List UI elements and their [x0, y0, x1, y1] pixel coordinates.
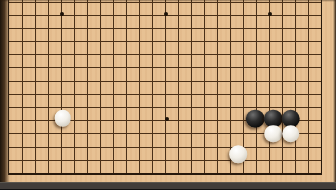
board-cell[interactable]: [22, 15, 35, 28]
board-cell[interactable]: [113, 41, 126, 54]
board-cell[interactable]: [217, 67, 230, 80]
board-cell[interactable]: [152, 147, 165, 160]
board-cell[interactable]: [165, 160, 178, 173]
board-cell[interactable]: [126, 41, 139, 54]
board-cell[interactable]: [217, 120, 230, 133]
board-cell[interactable]: [126, 2, 139, 15]
board-cell[interactable]: [308, 94, 321, 107]
star-point: [268, 12, 272, 16]
board-cell[interactable]: [126, 54, 139, 67]
board-cell[interactable]: [204, 94, 217, 107]
board-cell[interactable]: [48, 133, 61, 146]
board-cell[interactable]: [152, 160, 165, 173]
board-cell[interactable]: [269, 160, 282, 173]
board-cell[interactable]: [243, 28, 256, 41]
board-cell[interactable]: [204, 120, 217, 133]
board-cell[interactable]: [230, 15, 243, 28]
board-cell[interactable]: [87, 120, 100, 133]
board-cell[interactable]: [152, 67, 165, 80]
white-stone: [229, 146, 247, 164]
board-cell[interactable]: [61, 67, 74, 80]
board-cell[interactable]: [35, 81, 48, 94]
board-cell[interactable]: [126, 67, 139, 80]
board-cell[interactable]: [22, 120, 35, 133]
board-cell[interactable]: [191, 67, 204, 80]
board-cell[interactable]: [87, 81, 100, 94]
board-cell[interactable]: [152, 2, 165, 15]
board-cell[interactable]: [243, 94, 256, 107]
board-cell[interactable]: [74, 133, 87, 146]
board-cell[interactable]: [61, 147, 74, 160]
board-cell[interactable]: [178, 41, 191, 54]
board-cell[interactable]: [100, 120, 113, 133]
board-cell[interactable]: [178, 133, 191, 146]
board-cell[interactable]: [48, 15, 61, 28]
board-cell[interactable]: [152, 120, 165, 133]
board-cell[interactable]: [35, 107, 48, 120]
board-cell[interactable]: [217, 133, 230, 146]
board-cell[interactable]: [152, 133, 165, 146]
board-cell[interactable]: [178, 147, 191, 160]
board-cell[interactable]: [74, 94, 87, 107]
board-cell[interactable]: [152, 28, 165, 41]
board-cell[interactable]: [113, 147, 126, 160]
board-cell[interactable]: [152, 54, 165, 67]
board-cell[interactable]: [139, 147, 152, 160]
board-cell[interactable]: [308, 107, 321, 120]
board-cell[interactable]: [48, 67, 61, 80]
board-cell[interactable]: [74, 41, 87, 54]
board-cell[interactable]: [256, 41, 269, 54]
board-cell[interactable]: [308, 120, 321, 133]
board-cell[interactable]: [282, 2, 295, 15]
board-cell[interactable]: [100, 41, 113, 54]
board-cell[interactable]: [256, 2, 269, 15]
board-cell[interactable]: [204, 107, 217, 120]
board-cell[interactable]: [61, 54, 74, 67]
board-cell[interactable]: [308, 160, 321, 173]
board-cell[interactable]: [87, 54, 100, 67]
board-cell[interactable]: [126, 147, 139, 160]
board-cell[interactable]: [74, 81, 87, 94]
board-cell[interactable]: [48, 160, 61, 173]
board-cell[interactable]: [35, 94, 48, 107]
board-cell[interactable]: [139, 81, 152, 94]
board-cell[interactable]: [243, 41, 256, 54]
board-cell[interactable]: [87, 41, 100, 54]
board-cell[interactable]: [282, 147, 295, 160]
board-cell[interactable]: [282, 81, 295, 94]
board-cell[interactable]: [61, 94, 74, 107]
board-cell[interactable]: [191, 2, 204, 15]
board-cell[interactable]: [74, 15, 87, 28]
board-cell[interactable]: [295, 94, 308, 107]
board-cell[interactable]: [126, 94, 139, 107]
board-cell[interactable]: [217, 15, 230, 28]
go-board-grid[interactable]: [8, 0, 322, 175]
board-cell[interactable]: [191, 28, 204, 41]
board-cell[interactable]: [87, 160, 100, 173]
board-cell[interactable]: [100, 147, 113, 160]
board-cell[interactable]: [74, 160, 87, 173]
board-cell[interactable]: [152, 107, 165, 120]
board-cell[interactable]: [178, 81, 191, 94]
board-cell[interactable]: [178, 107, 191, 120]
board-cell[interactable]: [126, 15, 139, 28]
board-cell[interactable]: [165, 133, 178, 146]
board-cell[interactable]: [48, 94, 61, 107]
board-cell[interactable]: [9, 41, 22, 54]
board-cell[interactable]: [113, 81, 126, 94]
board-cell[interactable]: [22, 107, 35, 120]
board-cell[interactable]: [100, 67, 113, 80]
board-cell[interactable]: [308, 41, 321, 54]
board-cell[interactable]: [308, 133, 321, 146]
board-cell[interactable]: [165, 81, 178, 94]
board-cell[interactable]: [295, 67, 308, 80]
board-cell[interactable]: [204, 67, 217, 80]
board-cell[interactable]: [61, 15, 74, 28]
board-cell[interactable]: [204, 2, 217, 15]
board-cell[interactable]: [126, 120, 139, 133]
board-cell[interactable]: [113, 54, 126, 67]
board-cell[interactable]: [100, 54, 113, 67]
board-cell[interactable]: [74, 67, 87, 80]
board-cell[interactable]: [139, 15, 152, 28]
board-cell[interactable]: [256, 67, 269, 80]
board-cell[interactable]: [308, 2, 321, 15]
board-cell[interactable]: [74, 120, 87, 133]
board-cell[interactable]: [256, 28, 269, 41]
board-cell[interactable]: [230, 81, 243, 94]
board-cell[interactable]: [295, 2, 308, 15]
board-cell[interactable]: [113, 15, 126, 28]
board-cell[interactable]: [165, 147, 178, 160]
board-cell[interactable]: [204, 133, 217, 146]
board-cell[interactable]: [113, 94, 126, 107]
board-cell[interactable]: [308, 28, 321, 41]
board-cell[interactable]: [230, 120, 243, 133]
board-cell[interactable]: [9, 67, 22, 80]
board-cell[interactable]: [113, 120, 126, 133]
board-cell[interactable]: [87, 15, 100, 28]
board-cell[interactable]: [230, 28, 243, 41]
board-cell[interactable]: [100, 15, 113, 28]
board-cell[interactable]: [269, 67, 282, 80]
board-cell[interactable]: [100, 94, 113, 107]
board-cell[interactable]: [282, 28, 295, 41]
board-cell[interactable]: [113, 133, 126, 146]
board-cell[interactable]: [139, 120, 152, 133]
board-cell[interactable]: [217, 160, 230, 173]
board-cell[interactable]: [256, 81, 269, 94]
board-cell[interactable]: [256, 54, 269, 67]
board-cell[interactable]: [243, 15, 256, 28]
board-cell[interactable]: [191, 120, 204, 133]
board-cell[interactable]: [282, 67, 295, 80]
board-cell[interactable]: [204, 81, 217, 94]
board-cell[interactable]: [113, 160, 126, 173]
board-cell[interactable]: [126, 81, 139, 94]
board-cell[interactable]: [308, 81, 321, 94]
board-cell[interactable]: [243, 81, 256, 94]
board-cell[interactable]: [178, 2, 191, 15]
board-cell[interactable]: [204, 147, 217, 160]
board-cell[interactable]: [48, 2, 61, 15]
board-cell[interactable]: [204, 41, 217, 54]
board-cell[interactable]: [35, 15, 48, 28]
board-cell[interactable]: [139, 2, 152, 15]
board-cell[interactable]: [191, 81, 204, 94]
board-cell[interactable]: [87, 94, 100, 107]
board-cell[interactable]: [256, 94, 269, 107]
board-cell[interactable]: [9, 94, 22, 107]
board-cell[interactable]: [191, 107, 204, 120]
board-cell[interactable]: [269, 94, 282, 107]
board-cell[interactable]: [22, 54, 35, 67]
board-cell[interactable]: [191, 160, 204, 173]
board-cell[interactable]: [308, 147, 321, 160]
board-cell[interactable]: [178, 54, 191, 67]
board-cell[interactable]: [74, 54, 87, 67]
board-cell[interactable]: [178, 67, 191, 80]
board-cell[interactable]: [87, 147, 100, 160]
board-cell[interactable]: [35, 2, 48, 15]
board-cell[interactable]: [87, 133, 100, 146]
board-cell[interactable]: [74, 2, 87, 15]
board-cell[interactable]: [165, 41, 178, 54]
board-cell[interactable]: [113, 67, 126, 80]
board-cell[interactable]: [204, 15, 217, 28]
board-cell[interactable]: [217, 147, 230, 160]
board-cell[interactable]: [178, 15, 191, 28]
board-cell[interactable]: [48, 81, 61, 94]
board-cell[interactable]: [9, 81, 22, 94]
board-cell[interactable]: [22, 81, 35, 94]
board-cell[interactable]: [9, 54, 22, 67]
board-cell[interactable]: [100, 160, 113, 173]
board-cell[interactable]: [165, 54, 178, 67]
board-cell[interactable]: [9, 2, 22, 15]
board-cell[interactable]: [191, 54, 204, 67]
black-stone: [246, 109, 265, 128]
board-cell[interactable]: [9, 15, 22, 28]
go-board-scene: [0, 0, 336, 189]
board-cell[interactable]: [87, 107, 100, 120]
board-cell[interactable]: [61, 160, 74, 173]
board-cell[interactable]: [35, 28, 48, 41]
board-cell[interactable]: [139, 28, 152, 41]
board-cell[interactable]: [282, 94, 295, 107]
board-cell[interactable]: [61, 28, 74, 41]
board-cell[interactable]: [191, 94, 204, 107]
board-cell[interactable]: [178, 120, 191, 133]
board-cell[interactable]: [217, 94, 230, 107]
board-cell[interactable]: [165, 120, 178, 133]
board-cell[interactable]: [217, 107, 230, 120]
board-cell[interactable]: [126, 160, 139, 173]
board-cell[interactable]: [22, 160, 35, 173]
board-cell[interactable]: [295, 28, 308, 41]
board-cell[interactable]: [100, 81, 113, 94]
board-cell[interactable]: [243, 67, 256, 80]
board-cell[interactable]: [217, 54, 230, 67]
board-cell[interactable]: [22, 133, 35, 146]
board-cell[interactable]: [139, 67, 152, 80]
board-cell[interactable]: [152, 41, 165, 54]
board-cell[interactable]: [217, 41, 230, 54]
board-cell[interactable]: [139, 133, 152, 146]
board-cell[interactable]: [230, 54, 243, 67]
board-cell[interactable]: [295, 41, 308, 54]
board-cell[interactable]: [74, 28, 87, 41]
star-point: [164, 12, 168, 16]
board-cell[interactable]: [308, 15, 321, 28]
board-cell[interactable]: [48, 41, 61, 54]
board-cell[interactable]: [217, 2, 230, 15]
board-cell[interactable]: [152, 94, 165, 107]
board-cell[interactable]: [230, 41, 243, 54]
board-cell[interactable]: [165, 67, 178, 80]
board-cell[interactable]: [139, 94, 152, 107]
board-cell[interactable]: [61, 81, 74, 94]
board-cell[interactable]: [35, 67, 48, 80]
white-stone: [282, 125, 300, 143]
board-cell[interactable]: [35, 120, 48, 133]
board-cell[interactable]: [126, 28, 139, 41]
board-cell[interactable]: [282, 15, 295, 28]
board-cell[interactable]: [295, 81, 308, 94]
board-cell[interactable]: [87, 67, 100, 80]
board-cell[interactable]: [178, 94, 191, 107]
board-cell[interactable]: [35, 147, 48, 160]
star-point: [60, 12, 64, 16]
board-cell[interactable]: [256, 15, 269, 28]
board-cell[interactable]: [230, 2, 243, 15]
board-cell[interactable]: [113, 28, 126, 41]
board-cell[interactable]: [269, 41, 282, 54]
board-cell[interactable]: [217, 28, 230, 41]
board-cell[interactable]: [269, 54, 282, 67]
board-cell[interactable]: [22, 41, 35, 54]
board-cell[interactable]: [35, 133, 48, 146]
board-cell[interactable]: [230, 67, 243, 80]
board-cell[interactable]: [269, 81, 282, 94]
board-cell[interactable]: [9, 160, 22, 173]
board-cell[interactable]: [204, 160, 217, 173]
board-cell[interactable]: [22, 94, 35, 107]
board-cell[interactable]: [35, 54, 48, 67]
board-cell[interactable]: [152, 15, 165, 28]
board-cell[interactable]: [282, 41, 295, 54]
board-cell[interactable]: [35, 160, 48, 173]
board-cell[interactable]: [139, 160, 152, 173]
board-cell[interactable]: [139, 54, 152, 67]
board-cell[interactable]: [35, 41, 48, 54]
board-cell[interactable]: [178, 160, 191, 173]
board-cell[interactable]: [113, 2, 126, 15]
board-cell[interactable]: [282, 160, 295, 173]
board-cell[interactable]: [191, 133, 204, 146]
board-cell[interactable]: [295, 160, 308, 173]
board-cell[interactable]: [204, 54, 217, 67]
board-cell[interactable]: [48, 147, 61, 160]
board-cell[interactable]: [295, 15, 308, 28]
board-cell[interactable]: [152, 81, 165, 94]
board-cell[interactable]: [243, 160, 256, 173]
board-cell[interactable]: [48, 54, 61, 67]
board-cell[interactable]: [9, 120, 22, 133]
board-cell[interactable]: [178, 28, 191, 41]
board-cell[interactable]: [230, 94, 243, 107]
board-cell[interactable]: [22, 28, 35, 41]
board-cell[interactable]: [87, 28, 100, 41]
board-cell[interactable]: [191, 41, 204, 54]
board-cell[interactable]: [113, 107, 126, 120]
board-cell[interactable]: [9, 133, 22, 146]
board-cell[interactable]: [243, 54, 256, 67]
board-cell[interactable]: [100, 2, 113, 15]
board-cell[interactable]: [139, 41, 152, 54]
board-cell[interactable]: [295, 54, 308, 67]
board-cell[interactable]: [230, 107, 243, 120]
board-cell[interactable]: [74, 147, 87, 160]
board-cell[interactable]: [139, 107, 152, 120]
board-cell[interactable]: [100, 28, 113, 41]
board-cell[interactable]: [61, 41, 74, 54]
board-cell[interactable]: [74, 107, 87, 120]
board-cell[interactable]: [256, 160, 269, 173]
board-cell[interactable]: [126, 107, 139, 120]
board-cell[interactable]: [269, 147, 282, 160]
board-cell[interactable]: [9, 107, 22, 120]
board-cell[interactable]: [191, 15, 204, 28]
board-cell[interactable]: [22, 147, 35, 160]
board-cell[interactable]: [191, 147, 204, 160]
board-cell[interactable]: [165, 28, 178, 41]
board-cell[interactable]: [22, 2, 35, 15]
white-stone: [264, 125, 282, 143]
letterbox-bottom-bar: [0, 182, 336, 190]
white-stone: [54, 110, 71, 127]
board-cell[interactable]: [269, 15, 282, 28]
board-cell[interactable]: [165, 94, 178, 107]
board-cell[interactable]: [9, 147, 22, 160]
board-cell[interactable]: [243, 133, 256, 146]
board-cell[interactable]: [165, 15, 178, 28]
board-cell[interactable]: [256, 147, 269, 160]
star-point: [165, 117, 169, 121]
board-cell[interactable]: [100, 133, 113, 146]
board-cell[interactable]: [243, 2, 256, 15]
board-cell[interactable]: [87, 2, 100, 15]
board-cell[interactable]: [126, 133, 139, 146]
board-cell[interactable]: [9, 28, 22, 41]
board-cell[interactable]: [282, 54, 295, 67]
board-cell[interactable]: [308, 54, 321, 67]
board-cell[interactable]: [100, 107, 113, 120]
board-cell[interactable]: [308, 67, 321, 80]
board-cell[interactable]: [48, 28, 61, 41]
board-cell[interactable]: [204, 28, 217, 41]
board-cell[interactable]: [22, 67, 35, 80]
board-cell[interactable]: [269, 28, 282, 41]
board-cell[interactable]: [295, 147, 308, 160]
board-cell[interactable]: [61, 133, 74, 146]
board-cell[interactable]: [217, 81, 230, 94]
